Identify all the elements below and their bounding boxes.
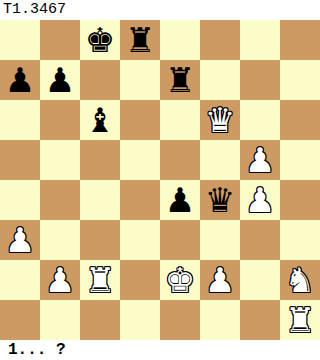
black-pawn: ♟ (5, 60, 35, 100)
square-f8[interactable] (200, 20, 240, 60)
square-c4[interactable] (80, 180, 120, 220)
square-d7[interactable] (120, 60, 160, 100)
square-c8[interactable]: ♚ (80, 20, 120, 60)
square-f5[interactable] (200, 140, 240, 180)
white-pawn: ♟ (5, 220, 35, 260)
square-e5[interactable] (160, 140, 200, 180)
square-f6[interactable]: ♛ (200, 100, 240, 140)
white-knight: ♞ (285, 260, 315, 300)
square-a1[interactable] (0, 300, 40, 340)
white-pawn: ♟ (245, 180, 275, 220)
square-g7[interactable] (240, 60, 280, 100)
black-pawn: ♟ (45, 60, 75, 100)
square-f2[interactable]: ♟ (200, 260, 240, 300)
square-h7[interactable] (280, 60, 320, 100)
black-rook: ♜ (165, 60, 195, 100)
square-a6[interactable] (0, 100, 40, 140)
square-d6[interactable] (120, 100, 160, 140)
black-queen: ♛ (205, 180, 235, 220)
square-c3[interactable] (80, 220, 120, 260)
square-b2[interactable]: ♟ (40, 260, 80, 300)
square-g8[interactable] (240, 20, 280, 60)
square-e2[interactable]: ♚ (160, 260, 200, 300)
square-c1[interactable] (80, 300, 120, 340)
square-e7[interactable]: ♜ (160, 60, 200, 100)
square-f4[interactable]: ♛ (200, 180, 240, 220)
square-b7[interactable]: ♟ (40, 60, 80, 100)
square-a4[interactable] (0, 180, 40, 220)
chess-board: ♚♜♟♟♜♝♛♟♟♛♟♟♟♜♚♟♞♜ (0, 20, 320, 340)
white-rook: ♜ (85, 260, 115, 300)
square-f7[interactable] (200, 60, 240, 100)
white-pawn: ♟ (45, 260, 75, 300)
square-e8[interactable] (160, 20, 200, 60)
square-a5[interactable] (0, 140, 40, 180)
square-b5[interactable] (40, 140, 80, 180)
square-d8[interactable]: ♜ (120, 20, 160, 60)
square-c5[interactable] (80, 140, 120, 180)
square-e6[interactable] (160, 100, 200, 140)
square-f1[interactable] (200, 300, 240, 340)
square-g1[interactable] (240, 300, 280, 340)
square-b6[interactable] (40, 100, 80, 140)
square-g2[interactable] (240, 260, 280, 300)
square-a8[interactable] (0, 20, 40, 60)
square-d2[interactable] (120, 260, 160, 300)
square-b4[interactable] (40, 180, 80, 220)
square-b8[interactable] (40, 20, 80, 60)
square-g3[interactable] (240, 220, 280, 260)
square-d4[interactable] (120, 180, 160, 220)
white-queen: ♛ (205, 100, 235, 140)
square-g4[interactable]: ♟ (240, 180, 280, 220)
black-king: ♚ (85, 20, 115, 60)
square-c6[interactable]: ♝ (80, 100, 120, 140)
square-e4[interactable]: ♟ (160, 180, 200, 220)
black-rook: ♜ (125, 20, 155, 60)
square-a3[interactable]: ♟ (0, 220, 40, 260)
square-h8[interactable] (280, 20, 320, 60)
square-e1[interactable] (160, 300, 200, 340)
square-h2[interactable]: ♞ (280, 260, 320, 300)
square-c7[interactable] (80, 60, 120, 100)
square-g5[interactable]: ♟ (240, 140, 280, 180)
puzzle-id: T1.3467 (0, 0, 320, 20)
square-f3[interactable] (200, 220, 240, 260)
white-pawn: ♟ (245, 140, 275, 180)
square-d5[interactable] (120, 140, 160, 180)
move-prompt: 1... ? (0, 340, 320, 360)
square-a2[interactable] (0, 260, 40, 300)
square-g6[interactable] (240, 100, 280, 140)
black-pawn: ♟ (165, 180, 195, 220)
square-h1[interactable]: ♜ (280, 300, 320, 340)
white-rook: ♜ (285, 300, 315, 340)
square-a7[interactable]: ♟ (0, 60, 40, 100)
chess-diagram-page: T1.3467 ♚♜♟♟♜♝♛♟♟♛♟♟♟♜♚♟♞♜ 1... ? (0, 0, 320, 360)
square-d3[interactable] (120, 220, 160, 260)
square-h4[interactable] (280, 180, 320, 220)
black-bishop: ♝ (85, 100, 115, 140)
square-h3[interactable] (280, 220, 320, 260)
square-e3[interactable] (160, 220, 200, 260)
square-d1[interactable] (120, 300, 160, 340)
square-b3[interactable] (40, 220, 80, 260)
square-c2[interactable]: ♜ (80, 260, 120, 300)
white-king: ♚ (165, 260, 195, 300)
square-h5[interactable] (280, 140, 320, 180)
white-pawn: ♟ (205, 260, 235, 300)
square-b1[interactable] (40, 300, 80, 340)
square-h6[interactable] (280, 100, 320, 140)
